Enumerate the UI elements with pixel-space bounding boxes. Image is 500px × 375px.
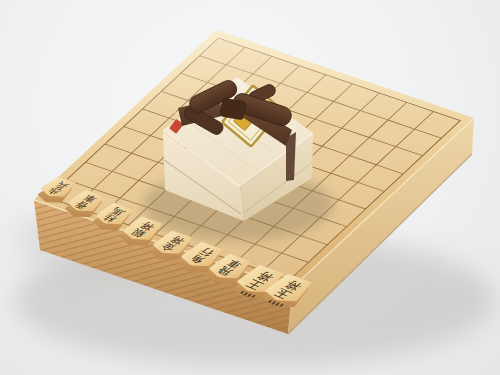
piece-kanji: 角 行 xyxy=(187,246,216,265)
shogi-set-photo: 歩 兵 香 車 桂 馬 銀 将 金 将 角 行 飛 車 王 将 玉 将 xyxy=(0,0,500,375)
box-layer xyxy=(0,0,500,375)
piece-kanji: 飛 車 xyxy=(215,258,244,277)
bow-knot xyxy=(220,98,247,120)
